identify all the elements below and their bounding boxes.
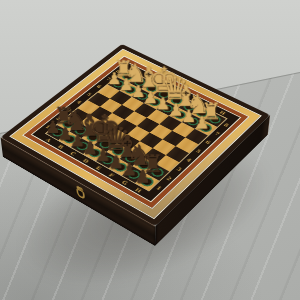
squares-grid: ♜♞♝♚♛♝♞♜♟♟♟♟♟♟♟♟♜♞♝♚♛♝♞♜♟♟♟♟♟♟♟♟: [46, 70, 226, 191]
piece-dark-pawn[interactable]: ♟: [130, 168, 156, 186]
square-h7[interactable]: ♟: [195, 120, 217, 135]
scene: AABBCCDDEEFFGGHH1122334455667788 ♜♞♝♚♛♝♞…: [0, 0, 300, 300]
brass-latch-icon[interactable]: [74, 184, 87, 202]
latch-loop: [76, 188, 85, 200]
piece-light-pawn[interactable]: ♟: [190, 115, 214, 132]
